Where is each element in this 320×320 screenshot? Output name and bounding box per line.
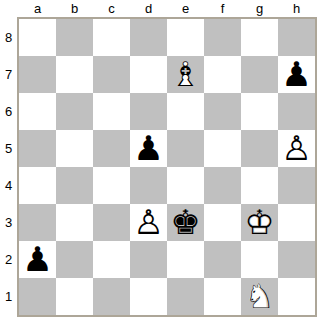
piece-glyph: ♘ <box>241 278 278 315</box>
piece-black-pawn[interactable]: ♟ <box>278 56 315 93</box>
chess-board-window: abcdefgh 87654321 ♝♗♟♟♟♙♟♙♚♚♔♟♞♘ <box>0 0 320 320</box>
square-h7[interactable]: ♟ <box>278 56 315 93</box>
square-h2[interactable] <box>278 241 315 278</box>
piece-black-pawn[interactable]: ♟ <box>130 130 167 167</box>
square-g7[interactable] <box>241 56 278 93</box>
square-e3[interactable]: ♚ <box>167 204 204 241</box>
square-d5[interactable]: ♟ <box>130 130 167 167</box>
square-e7[interactable]: ♝♗ <box>167 56 204 93</box>
square-f8[interactable] <box>204 19 241 56</box>
square-f4[interactable] <box>204 167 241 204</box>
square-c3[interactable] <box>93 204 130 241</box>
piece-white-pawn[interactable]: ♟♙ <box>130 204 167 241</box>
square-h4[interactable] <box>278 167 315 204</box>
file-label-g: g <box>241 0 278 17</box>
square-c7[interactable] <box>93 56 130 93</box>
square-g4[interactable] <box>241 167 278 204</box>
rank-label-6: 6 <box>0 93 17 130</box>
square-e6[interactable] <box>167 93 204 130</box>
piece-glyph: ♟ <box>278 56 315 93</box>
square-f7[interactable] <box>204 56 241 93</box>
square-d1[interactable] <box>130 278 167 315</box>
square-f2[interactable] <box>204 241 241 278</box>
file-labels: abcdefgh <box>19 0 315 17</box>
square-a2[interactable]: ♟ <box>19 241 56 278</box>
square-b4[interactable] <box>56 167 93 204</box>
square-g8[interactable] <box>241 19 278 56</box>
square-a8[interactable] <box>19 19 56 56</box>
square-b8[interactable] <box>56 19 93 56</box>
rank-label-4: 4 <box>0 167 17 204</box>
rank-label-1: 1 <box>0 278 17 315</box>
square-d6[interactable] <box>130 93 167 130</box>
square-e1[interactable] <box>167 278 204 315</box>
piece-glyph: ♙ <box>278 130 315 167</box>
square-f1[interactable] <box>204 278 241 315</box>
square-b2[interactable] <box>56 241 93 278</box>
square-g6[interactable] <box>241 93 278 130</box>
square-a7[interactable] <box>19 56 56 93</box>
square-a6[interactable] <box>19 93 56 130</box>
piece-white-pawn[interactable]: ♟♙ <box>278 130 315 167</box>
square-e2[interactable] <box>167 241 204 278</box>
square-d2[interactable] <box>130 241 167 278</box>
square-g1[interactable]: ♞♘ <box>241 278 278 315</box>
piece-white-knight[interactable]: ♞♘ <box>241 278 278 315</box>
square-b6[interactable] <box>56 93 93 130</box>
square-g5[interactable] <box>241 130 278 167</box>
square-g2[interactable] <box>241 241 278 278</box>
square-d7[interactable] <box>130 56 167 93</box>
square-f5[interactable] <box>204 130 241 167</box>
rank-label-7: 7 <box>0 56 17 93</box>
square-b7[interactable] <box>56 56 93 93</box>
piece-white-king[interactable]: ♚♔ <box>241 204 278 241</box>
rank-labels: 87654321 <box>0 19 17 315</box>
rank-label-8: 8 <box>0 19 17 56</box>
square-h1[interactable] <box>278 278 315 315</box>
square-c6[interactable] <box>93 93 130 130</box>
square-c1[interactable] <box>93 278 130 315</box>
square-b3[interactable] <box>56 204 93 241</box>
file-label-a: a <box>19 0 56 17</box>
square-a1[interactable] <box>19 278 56 315</box>
file-label-c: c <box>93 0 130 17</box>
piece-white-bishop[interactable]: ♝♗ <box>167 56 204 93</box>
file-label-e: e <box>167 0 204 17</box>
square-g3[interactable]: ♚♔ <box>241 204 278 241</box>
rank-label-5: 5 <box>0 130 17 167</box>
rank-label-3: 3 <box>0 204 17 241</box>
square-e4[interactable] <box>167 167 204 204</box>
square-f6[interactable] <box>204 93 241 130</box>
square-c8[interactable] <box>93 19 130 56</box>
square-c2[interactable] <box>93 241 130 278</box>
square-d8[interactable] <box>130 19 167 56</box>
square-h3[interactable] <box>278 204 315 241</box>
square-h8[interactable] <box>278 19 315 56</box>
square-h6[interactable] <box>278 93 315 130</box>
piece-glyph: ♚ <box>167 204 204 241</box>
square-e8[interactable] <box>167 19 204 56</box>
square-b1[interactable] <box>56 278 93 315</box>
piece-glyph: ♔ <box>241 204 278 241</box>
square-d4[interactable] <box>130 167 167 204</box>
square-d3[interactable]: ♟♙ <box>130 204 167 241</box>
piece-glyph: ♗ <box>167 56 204 93</box>
piece-glyph: ♟ <box>19 241 56 278</box>
rank-label-2: 2 <box>0 241 17 278</box>
file-label-b: b <box>56 0 93 17</box>
piece-glyph: ♙ <box>130 204 167 241</box>
file-label-d: d <box>130 0 167 17</box>
square-f3[interactable] <box>204 204 241 241</box>
piece-glyph: ♟ <box>130 130 167 167</box>
square-a4[interactable] <box>19 167 56 204</box>
square-c5[interactable] <box>93 130 130 167</box>
file-label-h: h <box>278 0 315 17</box>
square-c4[interactable] <box>93 167 130 204</box>
square-h5[interactable]: ♟♙ <box>278 130 315 167</box>
piece-black-pawn[interactable]: ♟ <box>19 241 56 278</box>
piece-black-king[interactable]: ♚ <box>167 204 204 241</box>
file-label-f: f <box>204 0 241 17</box>
square-e5[interactable] <box>167 130 204 167</box>
square-a3[interactable] <box>19 204 56 241</box>
chess-board: ♝♗♟♟♟♙♟♙♚♚♔♟♞♘ <box>17 17 317 317</box>
square-a5[interactable] <box>19 130 56 167</box>
square-b5[interactable] <box>56 130 93 167</box>
